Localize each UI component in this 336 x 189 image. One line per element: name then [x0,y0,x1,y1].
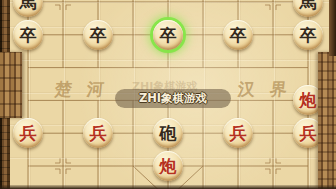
piece-black-cannon[interactable]: 砲 [153,118,183,148]
piece-black-pawn[interactable]: 卒 [223,20,253,50]
piece-glyph-pawn: 兵 [230,118,247,148]
watermark-text: ZHI象棋游戏 [139,91,207,106]
piece-glyph-pawn: 卒 [300,20,317,50]
piece-glyph-pawn: 卒 [90,20,107,50]
piece-black-pawn[interactable]: 卒 [13,20,43,50]
bamboo-roll-left [0,52,22,118]
piece-glyph-pawn: 兵 [90,118,107,148]
piece-glyph-pawn: 卒 [20,20,37,50]
piece-glyph-pawn: 卒 [160,20,177,50]
piece-glyph-pawn: 卒 [230,20,247,50]
piece-black-pawn[interactable]: 卒 [153,20,183,50]
piece-red-cannon[interactable]: 炮 [153,151,183,181]
board-bottom-frame [0,185,336,189]
board-right-frame [329,0,336,56]
xiangqi-board[interactable]: 楚河 汉界 馬馬卒卒卒卒卒炮兵兵砲兵兵炮 ZHI象棋游戏 ZHI象棋游戏 [0,0,336,189]
piece-red-pawn[interactable]: 兵 [13,118,43,148]
piece-glyph-pawn: 兵 [300,118,317,148]
piece-red-pawn[interactable]: 兵 [83,118,113,148]
river-label-left: 楚河 [54,78,120,100]
piece-glyph-cannon: 砲 [160,118,177,148]
piece-glyph-horse: 馬 [20,0,37,17]
bamboo-roll-right [318,52,336,189]
watermark-pill: ZHI象棋游戏 [115,89,231,108]
piece-red-pawn[interactable]: 兵 [223,118,253,148]
piece-black-pawn[interactable]: 卒 [83,20,113,50]
piece-glyph-cannon: 炮 [300,85,317,115]
piece-glyph-horse: 馬 [300,0,317,17]
piece-glyph-cannon: 炮 [160,151,177,181]
xiangqi-app: 楚河 汉界 馬馬卒卒卒卒卒炮兵兵砲兵兵炮 ZHI象棋游戏 ZHI象棋游戏 [0,0,336,189]
piece-glyph-pawn: 兵 [20,118,37,148]
piece-black-pawn[interactable]: 卒 [293,20,323,50]
